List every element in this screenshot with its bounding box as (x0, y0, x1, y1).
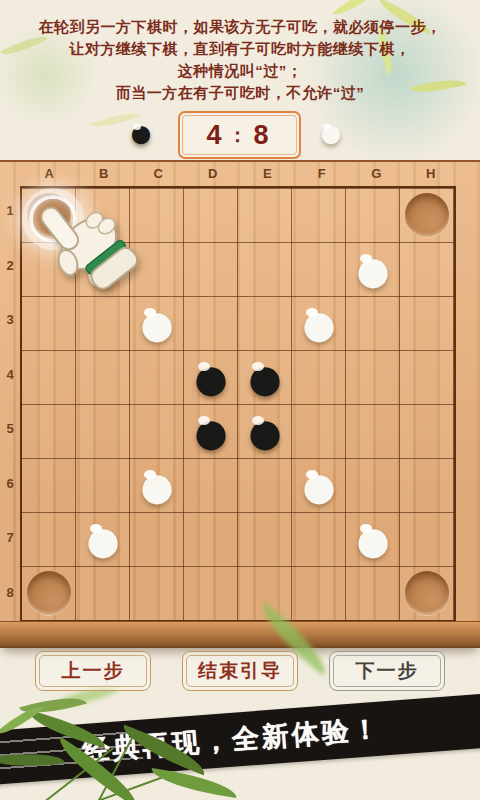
black-score-stone-icon: ● (127, 119, 155, 147)
cell-A8[interactable] (22, 566, 76, 620)
row-label-5: 5 (0, 402, 20, 457)
cell-E2[interactable] (238, 242, 292, 296)
row-label-7: 7 (0, 511, 20, 566)
cell-C1[interactable] (130, 188, 184, 242)
tutorial-header: 在轮到另一方下棋时，如果该方无子可吃，就必须停一步， 让对方继续下棋，直到有子可… (0, 0, 480, 160)
col-label-F: F (295, 162, 350, 186)
col-label-C: C (131, 162, 186, 186)
tutorial-controls: 上一步 结束引导 下一步 (0, 651, 480, 691)
cell-C6[interactable]: ● (130, 458, 184, 512)
col-label-E: E (240, 162, 295, 186)
next-step-button[interactable]: 下一步 (329, 651, 445, 691)
cell-B4[interactable] (76, 350, 130, 404)
screen: 在轮到另一方下棋时，如果该方无子可吃，就必须停一步， 让对方继续下棋，直到有子可… (0, 0, 480, 800)
cell-E8[interactable] (238, 566, 292, 620)
othello-board: ABCDEFGH 12345678 ●●●●●●●●●●●● (0, 160, 480, 648)
score-bar: ● 4：8 ● (0, 109, 480, 157)
white-score: 8 (254, 120, 273, 151)
promo-banner-text: 经典再现，全新体验！ (81, 711, 383, 769)
bamboo-leaf-icon (149, 768, 239, 798)
cell-H4[interactable] (400, 350, 454, 404)
cell-G7[interactable]: ● (346, 512, 400, 566)
cell-E7[interactable] (238, 512, 292, 566)
cell-C8[interactable] (130, 566, 184, 620)
white-stone-C3: ● (134, 300, 180, 346)
score-box: 4：8 (178, 111, 301, 159)
cell-F8[interactable] (292, 566, 346, 620)
board-bevel (0, 621, 480, 648)
cell-D2[interactable] (184, 242, 238, 296)
cell-H3[interactable] (400, 296, 454, 350)
instruction-line-3: 这种情况叫“过”； (0, 60, 480, 82)
cell-E1[interactable] (238, 188, 292, 242)
cell-D7[interactable] (184, 512, 238, 566)
instruction-line-4: 而当一方在有子可吃时，不允许“过” (0, 82, 480, 104)
bamboo-leaf-icon (19, 689, 87, 722)
white-stone-F6: ● (296, 462, 342, 508)
col-label-A: A (22, 162, 77, 186)
white-stone-G2: ● (350, 246, 396, 292)
white-stone-B7: ● (80, 516, 126, 562)
cell-H6[interactable] (400, 458, 454, 512)
end-tutorial-button[interactable]: 结束引导 (182, 651, 298, 691)
cell-F1[interactable] (292, 188, 346, 242)
corner-hole-H1 (405, 193, 449, 237)
cell-H5[interactable] (400, 404, 454, 458)
prev-step-button[interactable]: 上一步 (35, 651, 151, 691)
row-label-4: 4 (0, 348, 20, 403)
row-label-8: 8 (0, 566, 20, 621)
cell-G5[interactable] (346, 404, 400, 458)
instruction-line-1: 在轮到另一方下棋时，如果该方无子可吃，就必须停一步， (0, 16, 480, 38)
cell-G2[interactable]: ● (346, 242, 400, 296)
black-stone-D5: ● (188, 408, 234, 454)
score-separator: ： (228, 122, 252, 149)
cell-H2[interactable] (400, 242, 454, 296)
cell-F6[interactable]: ● (292, 458, 346, 512)
cell-H8[interactable] (400, 566, 454, 620)
black-stone-E5: ● (242, 408, 288, 454)
tutorial-instructions: 在轮到另一方下棋时，如果该方无子可吃，就必须停一步， 让对方继续下棋，直到有子可… (0, 16, 480, 104)
instruction-line-2: 让对方继续下棋，直到有子可吃时方能继续下棋， (0, 38, 480, 60)
cell-D5[interactable]: ● (184, 404, 238, 458)
cell-E5[interactable]: ● (238, 404, 292, 458)
cell-D8[interactable] (184, 566, 238, 620)
col-label-B: B (77, 162, 132, 186)
column-labels: ABCDEFGH (22, 162, 458, 186)
cell-A4[interactable] (22, 350, 76, 404)
cell-B5[interactable] (76, 404, 130, 458)
hand-cursor-icon (17, 203, 137, 323)
white-score-stone-icon: ● (317, 119, 345, 147)
cell-A5[interactable] (22, 404, 76, 458)
col-label-G: G (349, 162, 404, 186)
cell-G4[interactable] (346, 350, 400, 404)
promo-banner: 经典再现，全新体验！ (0, 693, 480, 785)
cell-C3[interactable]: ● (130, 296, 184, 350)
corner-hole-A8 (27, 571, 71, 615)
black-score: 4 (206, 120, 225, 151)
white-stone-F3: ● (296, 300, 342, 346)
cell-H1[interactable] (400, 188, 454, 242)
row-label-6: 6 (0, 457, 20, 512)
cell-F3[interactable]: ● (292, 296, 346, 350)
white-stone-G7: ● (350, 516, 396, 562)
cell-H7[interactable] (400, 512, 454, 566)
cell-A7[interactable] (22, 512, 76, 566)
white-stone-C6: ● (134, 462, 180, 508)
col-label-D: D (186, 162, 241, 186)
cell-D1[interactable] (184, 188, 238, 242)
corner-hole-H8 (405, 571, 449, 615)
cell-A6[interactable] (22, 458, 76, 512)
col-label-H: H (404, 162, 459, 186)
cell-B7[interactable]: ● (76, 512, 130, 566)
